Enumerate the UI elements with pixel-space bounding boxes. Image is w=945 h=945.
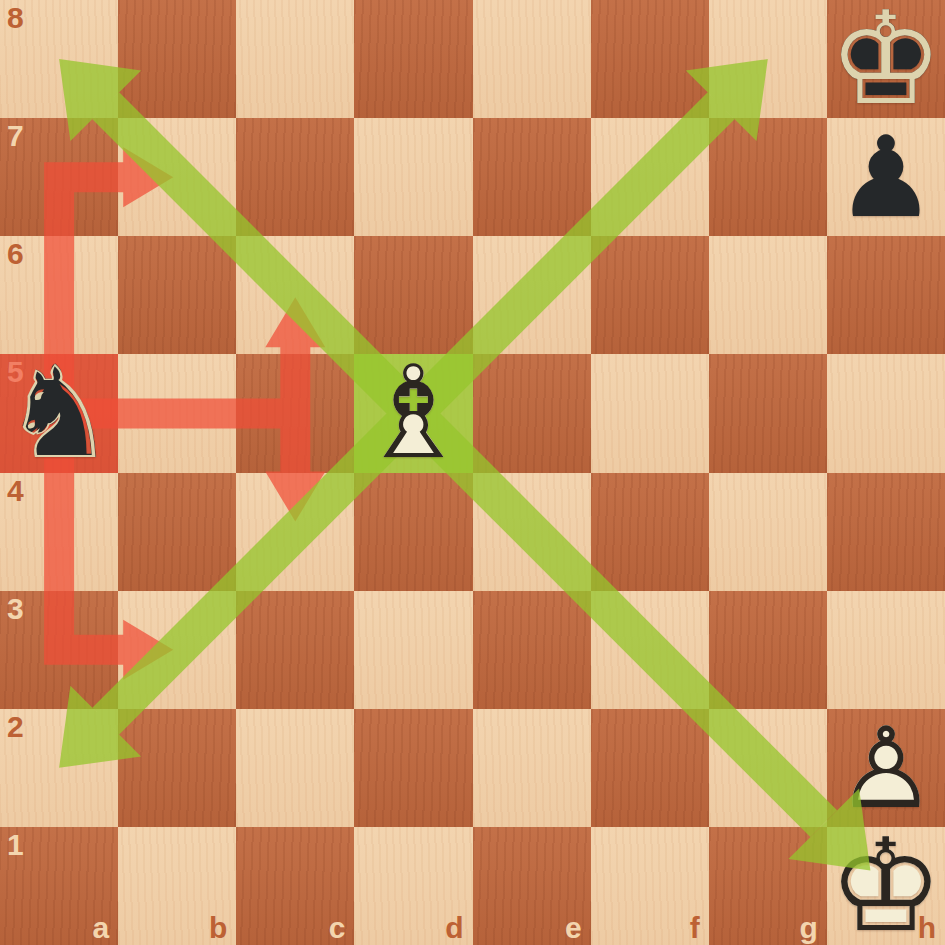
- square-a2[interactable]: 2: [0, 709, 118, 827]
- square-e1[interactable]: e: [473, 827, 591, 945]
- square-b1[interactable]: b: [118, 827, 236, 945]
- square-c4[interactable]: [236, 473, 354, 591]
- board-squares: 87654321abcdefgh: [0, 0, 945, 945]
- square-f4[interactable]: [591, 473, 709, 591]
- square-d6[interactable]: [354, 236, 472, 354]
- square-b3[interactable]: [118, 591, 236, 709]
- square-g2[interactable]: [709, 709, 827, 827]
- square-e7[interactable]: [473, 118, 591, 236]
- square-d7[interactable]: [354, 118, 472, 236]
- square-a6[interactable]: 6: [0, 236, 118, 354]
- coord-rank-1: 1: [7, 830, 24, 860]
- square-c6[interactable]: [236, 236, 354, 354]
- square-b6[interactable]: [118, 236, 236, 354]
- square-g1[interactable]: g: [709, 827, 827, 945]
- square-h4[interactable]: [827, 473, 945, 591]
- coord-rank-3: 3: [7, 594, 24, 624]
- square-g4[interactable]: [709, 473, 827, 591]
- square-c3[interactable]: [236, 591, 354, 709]
- square-a7[interactable]: 7: [0, 118, 118, 236]
- square-f7[interactable]: [591, 118, 709, 236]
- square-a8[interactable]: 8: [0, 0, 118, 118]
- coord-file-g: g: [800, 913, 818, 943]
- square-b2[interactable]: [118, 709, 236, 827]
- black-knight-outline-glyph: ♘: [0, 354, 118, 472]
- square-d3[interactable]: [354, 591, 472, 709]
- square-g8[interactable]: [709, 0, 827, 118]
- square-c2[interactable]: [236, 709, 354, 827]
- coord-rank-8: 8: [7, 3, 24, 33]
- coord-rank-6: 6: [7, 239, 24, 269]
- square-a4[interactable]: 4: [0, 473, 118, 591]
- square-c7[interactable]: [236, 118, 354, 236]
- chessboard: 87654321abcdefgh ♚♔♟♞♘♝♗♟♙♚♔: [0, 0, 945, 945]
- piece-black-knight[interactable]: ♞♘: [0, 354, 118, 472]
- square-b5[interactable]: [118, 354, 236, 472]
- coord-file-d: d: [445, 913, 463, 943]
- square-f8[interactable]: [591, 0, 709, 118]
- square-e2[interactable]: [473, 709, 591, 827]
- piece-white-king[interactable]: ♚♔: [827, 827, 945, 945]
- white-pawn-outline-glyph: ♙: [827, 709, 945, 827]
- square-f1[interactable]: f: [591, 827, 709, 945]
- square-d2[interactable]: [354, 709, 472, 827]
- square-h5[interactable]: [827, 354, 945, 472]
- square-a1[interactable]: 1a: [0, 827, 118, 945]
- piece-white-pawn[interactable]: ♟♙: [827, 709, 945, 827]
- square-b7[interactable]: [118, 118, 236, 236]
- white-bishop-outline-glyph: ♗: [354, 354, 472, 472]
- square-a3[interactable]: 3: [0, 591, 118, 709]
- square-h6[interactable]: [827, 236, 945, 354]
- coord-rank-2: 2: [7, 712, 24, 742]
- square-e6[interactable]: [473, 236, 591, 354]
- square-e5[interactable]: [473, 354, 591, 472]
- white-king-outline-glyph: ♔: [827, 827, 945, 945]
- square-g3[interactable]: [709, 591, 827, 709]
- piece-black-pawn[interactable]: ♟: [827, 118, 945, 236]
- square-d4[interactable]: [354, 473, 472, 591]
- piece-white-bishop[interactable]: ♝♗: [354, 354, 472, 472]
- square-e4[interactable]: [473, 473, 591, 591]
- square-b4[interactable]: [118, 473, 236, 591]
- square-e8[interactable]: [473, 0, 591, 118]
- square-d1[interactable]: d: [354, 827, 472, 945]
- black-king-outline-glyph: ♔: [827, 0, 945, 118]
- black-pawn-glyph: ♟: [827, 118, 945, 236]
- square-g7[interactable]: [709, 118, 827, 236]
- square-f5[interactable]: [591, 354, 709, 472]
- square-c1[interactable]: c: [236, 827, 354, 945]
- square-c8[interactable]: [236, 0, 354, 118]
- coord-file-f: f: [690, 913, 700, 943]
- square-f2[interactable]: [591, 709, 709, 827]
- coord-file-a: a: [92, 913, 109, 943]
- square-d8[interactable]: [354, 0, 472, 118]
- coord-file-e: e: [565, 913, 582, 943]
- square-e3[interactable]: [473, 591, 591, 709]
- coord-rank-7: 7: [7, 121, 24, 151]
- square-g5[interactable]: [709, 354, 827, 472]
- square-f6[interactable]: [591, 236, 709, 354]
- square-h3[interactable]: [827, 591, 945, 709]
- piece-black-king[interactable]: ♚♔: [827, 0, 945, 118]
- coord-file-c: c: [329, 913, 346, 943]
- coord-file-b: b: [209, 913, 227, 943]
- square-g6[interactable]: [709, 236, 827, 354]
- square-f3[interactable]: [591, 591, 709, 709]
- square-c5[interactable]: [236, 354, 354, 472]
- square-b8[interactable]: [118, 0, 236, 118]
